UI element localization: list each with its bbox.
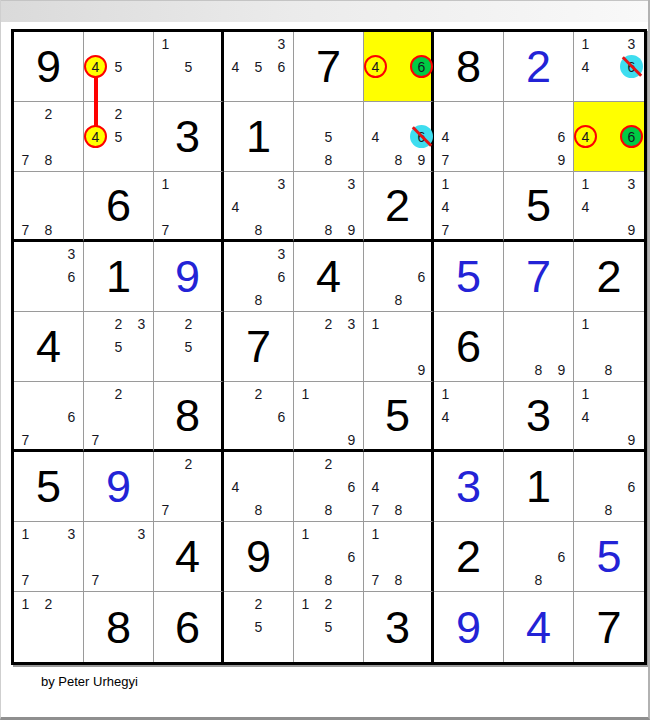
cell-r4c7[interactable]: 5	[434, 242, 504, 312]
candidate-1[interactable]: 1	[294, 522, 317, 545]
cell-value: 9	[154, 242, 221, 311]
candidate-7[interactable]: 7	[364, 498, 387, 521]
candidate-1[interactable]: 1	[294, 592, 317, 615]
cell-value: 9	[14, 32, 83, 101]
candidate-1[interactable]: 1	[364, 312, 387, 335]
cell-r6c2[interactable]: 27	[84, 382, 154, 452]
candidate-2[interactable]: 2	[107, 382, 130, 405]
candidate-3[interactable]: 3	[270, 172, 293, 195]
cell-r5c1[interactable]: 4	[14, 312, 84, 382]
candidate-6[interactable]: 6	[550, 545, 573, 568]
candidate-8[interactable]: 8	[247, 288, 270, 311]
candidate-2[interactable]: 2	[107, 102, 130, 125]
candidate-5[interactable]: 5	[247, 55, 270, 78]
cell-value: 9	[84, 452, 153, 521]
cell-r6c8[interactable]: 3	[504, 382, 574, 452]
cell-r8c3[interactable]: 4	[154, 522, 224, 592]
candidate-8[interactable]: 8	[527, 358, 550, 381]
candidate-2[interactable]: 2	[37, 102, 60, 125]
app-window: 9451534567468213462782453158468947694678…	[0, 0, 650, 720]
cell-r4c4[interactable]: 368	[224, 242, 294, 312]
cell-value: 4	[504, 592, 573, 662]
candidate-1[interactable]: 1	[154, 172, 177, 195]
cell-r1c7[interactable]: 8	[434, 32, 504, 102]
cell-r2c8[interactable]: 69	[504, 102, 574, 172]
candidate-5[interactable]: 5	[177, 335, 200, 358]
cell-value: 5	[14, 452, 83, 521]
candidate-8[interactable]: 8	[527, 568, 550, 591]
candidate-7[interactable]: 7	[84, 568, 107, 591]
candidate-4[interactable]: 4	[434, 405, 457, 428]
cell-r8c9[interactable]: 5	[574, 522, 644, 592]
candidate-1[interactable]: 1	[574, 382, 597, 405]
sudoku-board: 9451534567468213462782453158468947694678…	[11, 29, 647, 665]
cell-r5c4[interactable]: 7	[224, 312, 294, 382]
cell-r7c7[interactable]: 3	[434, 452, 504, 522]
cell-r5c6[interactable]: 19	[364, 312, 434, 382]
cell-r9c7[interactable]: 9	[434, 592, 504, 662]
candidate-3[interactable]: 3	[340, 312, 363, 335]
cell-r9c8[interactable]: 4	[504, 592, 574, 662]
cell-value: 7	[574, 592, 644, 662]
candidate-1[interactable]: 1	[574, 32, 597, 55]
cell-value: 5	[364, 382, 431, 449]
cell-value: 3	[434, 452, 503, 521]
candidate-8[interactable]: 8	[597, 358, 620, 381]
cell-value: 2	[434, 522, 503, 591]
cell-r3c9[interactable]: 1349	[574, 172, 644, 242]
candidate-8[interactable]: 8	[37, 148, 60, 171]
candidate-5[interactable]: 5	[107, 125, 130, 148]
cell-r4c1[interactable]: 36	[14, 242, 84, 312]
candidate-2[interactable]: 2	[37, 592, 60, 615]
cell-r7c5[interactable]: 268	[294, 452, 364, 522]
candidate-5[interactable]: 5	[247, 615, 270, 638]
cell-r9c4[interactable]: 25	[224, 592, 294, 662]
candidate-8[interactable]: 8	[37, 218, 60, 241]
cell-value: 2	[574, 242, 644, 311]
cell-r5c8[interactable]: 89	[504, 312, 574, 382]
cell-r4c5[interactable]: 4	[294, 242, 364, 312]
cell-value: 7	[504, 242, 573, 311]
cell-value: 2	[504, 32, 573, 101]
cell-r9c5[interactable]: 125	[294, 592, 364, 662]
cell-value: 9	[434, 592, 503, 662]
candidate-8[interactable]: 8	[387, 568, 410, 591]
candidate-1[interactable]: 1	[574, 172, 597, 195]
cell-value: 7	[224, 312, 293, 381]
cell-value: 3	[504, 382, 573, 449]
cell-r6c3[interactable]: 8	[154, 382, 224, 452]
cell-r8c1[interactable]: 137	[14, 522, 84, 592]
candidate-6[interactable]: 6	[270, 265, 293, 288]
candidate-4[interactable]: 4	[224, 195, 247, 218]
candidate-3[interactable]: 3	[340, 172, 363, 195]
cell-r6c7[interactable]: 14	[434, 382, 504, 452]
cell-value: 5	[574, 522, 644, 591]
cell-r2c6[interactable]: 4689	[364, 102, 434, 172]
cell-value: 5	[504, 172, 573, 239]
cell-r2c9[interactable]: 46	[574, 102, 644, 172]
cell-value: 4	[294, 242, 363, 311]
candidate-9[interactable]: 9	[620, 218, 643, 241]
candidate-6[interactable]: 6	[340, 475, 363, 498]
candidate-4-yellow-circle[interactable]: 4	[84, 55, 107, 78]
cell-value: 4	[14, 312, 83, 381]
candidate-6[interactable]: 6	[620, 475, 643, 498]
cell-r1c5[interactable]: 7	[294, 32, 364, 102]
cell-r9c9[interactable]: 7	[574, 592, 644, 662]
candidate-4-yellow-circle[interactable]: 4	[84, 125, 107, 148]
candidate-7[interactable]: 7	[434, 218, 457, 241]
candidate-6[interactable]: 6	[60, 265, 83, 288]
candidate-3[interactable]: 3	[270, 32, 293, 55]
cell-r6c5[interactable]: 19	[294, 382, 364, 452]
candidate-5[interactable]: 5	[317, 615, 340, 638]
candidate-9[interactable]: 9	[340, 218, 363, 241]
cell-r1c9[interactable]: 1346	[574, 32, 644, 102]
candidate-8[interactable]: 8	[317, 148, 340, 171]
candidate-1[interactable]: 1	[434, 172, 457, 195]
cell-r2c7[interactable]: 47	[434, 102, 504, 172]
candidate-1[interactable]: 1	[364, 522, 387, 545]
cell-r8c2[interactable]: 37	[84, 522, 154, 592]
candidate-6-green-circle[interactable]: 6	[620, 125, 643, 148]
cell-r4c9[interactable]: 2	[574, 242, 644, 312]
cell-value: 1	[84, 242, 153, 311]
cell-value: 2	[364, 172, 431, 239]
candidate-8[interactable]: 8	[387, 288, 410, 311]
cell-r6c1[interactable]: 67	[14, 382, 84, 452]
candidate-2[interactable]: 2	[107, 312, 130, 335]
candidate-9[interactable]: 9	[620, 428, 643, 451]
candidate-2[interactable]: 2	[317, 312, 340, 335]
cell-r4c3[interactable]: 9	[154, 242, 224, 312]
candidate-7[interactable]: 7	[14, 148, 37, 171]
cell-r3c3[interactable]: 17	[154, 172, 224, 242]
cell-value: 1	[224, 102, 293, 171]
cell-r7c2[interactable]: 9	[84, 452, 154, 522]
cell-r1c3[interactable]: 15	[154, 32, 224, 102]
candidate-5[interactable]: 5	[107, 335, 130, 358]
cell-r5c9[interactable]: 18	[574, 312, 644, 382]
cell-r1c1[interactable]: 9	[14, 32, 84, 102]
cell-r4c8[interactable]: 7	[504, 242, 574, 312]
candidate-6-cyan-struck[interactable]: 6	[410, 125, 433, 148]
candidate-9[interactable]: 9	[550, 148, 573, 171]
author-credit: by Peter Urhegyi	[41, 674, 138, 689]
cell-r8c8[interactable]: 68	[504, 522, 574, 592]
cell-r1c4[interactable]: 3456	[224, 32, 294, 102]
cell-r2c5[interactable]: 58	[294, 102, 364, 172]
cell-r3c6[interactable]: 2	[364, 172, 434, 242]
cell-value: 9	[224, 522, 293, 591]
cell-r5c7[interactable]: 6	[434, 312, 504, 382]
cell-value: 1	[504, 452, 573, 521]
cell-r3c5[interactable]: 389	[294, 172, 364, 242]
cell-r2c1[interactable]: 278	[14, 102, 84, 172]
candidate-7[interactable]: 7	[14, 428, 37, 451]
candidate-4[interactable]: 4	[574, 405, 597, 428]
cell-value: 7	[294, 32, 363, 101]
cell-r6c4[interactable]: 26	[224, 382, 294, 452]
candidate-1[interactable]: 1	[154, 32, 177, 55]
candidate-4[interactable]: 4	[434, 195, 457, 218]
candidate-8[interactable]: 8	[317, 568, 340, 591]
candidate-2[interactable]: 2	[177, 312, 200, 335]
candidate-3[interactable]: 3	[620, 172, 643, 195]
candidate-3[interactable]: 3	[270, 242, 293, 265]
cell-r8c6[interactable]: 178	[364, 522, 434, 592]
candidate-8[interactable]: 8	[317, 498, 340, 521]
cell-value: 5	[434, 242, 503, 311]
candidate-2[interactable]: 2	[247, 382, 270, 405]
cell-r9c6[interactable]: 3	[364, 592, 434, 662]
candidate-6-cyan-struck[interactable]: 6	[620, 55, 643, 78]
candidate-7[interactable]: 7	[14, 568, 37, 591]
candidate-7[interactable]: 7	[364, 568, 387, 591]
candidate-3[interactable]: 3	[620, 32, 643, 55]
candidate-5[interactable]: 5	[107, 55, 130, 78]
cell-r5c5[interactable]: 23	[294, 312, 364, 382]
candidate-7[interactable]: 7	[14, 218, 37, 241]
candidate-2[interactable]: 2	[317, 592, 340, 615]
cell-r4c6[interactable]: 68	[364, 242, 434, 312]
candidate-7[interactable]: 7	[434, 148, 457, 171]
candidate-9[interactable]: 9	[410, 358, 433, 381]
candidate-8[interactable]: 8	[387, 498, 410, 521]
candidate-5[interactable]: 5	[177, 55, 200, 78]
cell-r8c7[interactable]: 2	[434, 522, 504, 592]
cell-value: 6	[154, 592, 221, 662]
candidate-4-red-ring[interactable]: 4	[574, 125, 597, 148]
candidate-8[interactable]: 8	[317, 218, 340, 241]
candidate-8[interactable]: 8	[387, 148, 410, 171]
cell-r1c6[interactable]: 46	[364, 32, 434, 102]
window-top-strip	[1, 0, 648, 22]
candidate-7[interactable]: 7	[84, 428, 107, 451]
candidate-2[interactable]: 2	[317, 452, 340, 475]
candidate-5[interactable]: 5	[317, 125, 340, 148]
candidate-4[interactable]: 4	[434, 125, 457, 148]
cell-r9c1[interactable]: 12	[14, 592, 84, 662]
candidate-2[interactable]: 2	[177, 452, 200, 475]
candidate-6[interactable]: 6	[340, 545, 363, 568]
cell-r6c6[interactable]: 5	[364, 382, 434, 452]
cell-r7c4[interactable]: 48	[224, 452, 294, 522]
cell-r7c3[interactable]: 27	[154, 452, 224, 522]
candidate-8[interactable]: 8	[247, 498, 270, 521]
candidate-1[interactable]: 1	[14, 592, 37, 615]
cell-r2c4[interactable]: 1	[224, 102, 294, 172]
candidate-9[interactable]: 9	[410, 148, 433, 171]
cell-r7c1[interactable]: 5	[14, 452, 84, 522]
candidate-6-green-circle[interactable]: 6	[410, 55, 433, 78]
candidate-9[interactable]: 9	[550, 358, 573, 381]
candidate-1[interactable]: 1	[574, 312, 597, 335]
candidate-3[interactable]: 3	[130, 312, 153, 335]
candidate-6[interactable]: 6	[270, 405, 293, 428]
cell-r3c8[interactable]: 5	[504, 172, 574, 242]
cell-r9c2[interactable]: 8	[84, 592, 154, 662]
cell-value: 8	[154, 382, 221, 449]
cell-r8c4[interactable]: 9	[224, 522, 294, 592]
cell-r6c9[interactable]: 149	[574, 382, 644, 452]
candidate-8[interactable]: 8	[247, 218, 270, 241]
candidate-1[interactable]: 1	[434, 382, 457, 405]
candidate-4[interactable]: 4	[364, 125, 387, 148]
candidate-7[interactable]: 7	[154, 218, 177, 241]
candidate-6[interactable]: 6	[550, 125, 573, 148]
cell-r8c5[interactable]: 168	[294, 522, 364, 592]
cell-value: 6	[84, 172, 153, 239]
cell-value: 6	[434, 312, 503, 381]
cell-r2c3[interactable]: 3	[154, 102, 224, 172]
candidate-2[interactable]: 2	[247, 592, 270, 615]
cell-r3c1[interactable]: 78	[14, 172, 84, 242]
cell-value: 3	[364, 592, 431, 662]
candidate-1[interactable]: 1	[14, 522, 37, 545]
candidate-4[interactable]: 4	[574, 195, 597, 218]
candidate-6[interactable]: 6	[270, 55, 293, 78]
cell-r3c2[interactable]: 6	[84, 172, 154, 242]
cell-value: 4	[154, 522, 221, 591]
cell-r7c6[interactable]: 478	[364, 452, 434, 522]
candidate-8[interactable]: 8	[597, 498, 620, 521]
candidate-6[interactable]: 6	[410, 265, 433, 288]
candidate-4[interactable]: 4	[574, 55, 597, 78]
candidate-4[interactable]: 4	[224, 475, 247, 498]
candidate-3[interactable]: 3	[60, 242, 83, 265]
cell-r3c4[interactable]: 348	[224, 172, 294, 242]
cell-value: 8	[84, 592, 153, 662]
candidate-4-red-ring[interactable]: 4	[364, 55, 387, 78]
candidate-7[interactable]: 7	[154, 498, 177, 521]
candidate-3[interactable]: 3	[130, 522, 153, 545]
cell-r1c8[interactable]: 2	[504, 32, 574, 102]
chain-link-line	[94, 77, 98, 127]
candidate-3[interactable]: 3	[60, 522, 83, 545]
candidate-6[interactable]: 6	[60, 405, 83, 428]
cell-r7c8[interactable]: 1	[504, 452, 574, 522]
cell-r9c3[interactable]: 6	[154, 592, 224, 662]
cell-value: 8	[434, 32, 503, 101]
candidate-9[interactable]: 9	[340, 428, 363, 451]
candidate-1[interactable]: 1	[294, 382, 317, 405]
candidate-4[interactable]: 4	[224, 55, 247, 78]
cell-value: 3	[154, 102, 221, 171]
cell-r5c2[interactable]: 235	[84, 312, 154, 382]
cell-r5c3[interactable]: 25	[154, 312, 224, 382]
cell-r7c9[interactable]: 68	[574, 452, 644, 522]
cell-r3c7[interactable]: 147	[434, 172, 504, 242]
candidate-4[interactable]: 4	[364, 475, 387, 498]
cell-r4c2[interactable]: 1	[84, 242, 154, 312]
